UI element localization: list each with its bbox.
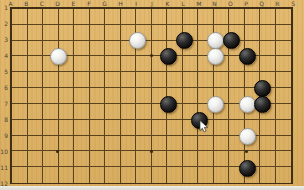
- grid-cell[interactable]: [105, 136, 121, 152]
- grid-cell[interactable]: [90, 72, 106, 88]
- grid-cell[interactable]: [229, 72, 245, 88]
- grid-cell[interactable]: [183, 72, 199, 88]
- grid-cell[interactable]: [74, 88, 90, 104]
- grid-cell[interactable]: [12, 25, 28, 41]
- column-label: J: [147, 0, 157, 7]
- grid-cell[interactable]: [152, 9, 168, 25]
- row-label: 3: [0, 36, 9, 44]
- grid-cell[interactable]: [74, 151, 90, 167]
- mouse-cursor-icon: [199, 120, 211, 133]
- row-label: 5: [0, 68, 9, 76]
- grid-cell[interactable]: [43, 104, 59, 120]
- black-stone[interactable]: [160, 96, 177, 113]
- grid-cell[interactable]: [28, 104, 44, 120]
- column-label: D: [53, 0, 63, 7]
- grid-cell[interactable]: [136, 88, 152, 104]
- grid-cell[interactable]: [276, 88, 292, 104]
- grid-cell[interactable]: [183, 56, 199, 72]
- grid-cell[interactable]: [105, 88, 121, 104]
- grid-cell[interactable]: [229, 9, 245, 25]
- grid-cell[interactable]: [152, 151, 168, 167]
- grid-cell[interactable]: [90, 167, 106, 183]
- grid-cell[interactable]: [183, 9, 199, 25]
- grid-cell[interactable]: [105, 167, 121, 183]
- grid-cell[interactable]: [136, 136, 152, 152]
- grid-cell[interactable]: [260, 41, 276, 57]
- column-label: R: [272, 0, 282, 7]
- grid-cell[interactable]: [121, 167, 137, 183]
- grid-cell[interactable]: [167, 136, 183, 152]
- go-board-grid[interactable]: [10, 7, 293, 184]
- grid-cell[interactable]: [90, 104, 106, 120]
- column-label: Q: [257, 0, 267, 7]
- grid-cell[interactable]: [276, 25, 292, 41]
- white-stone[interactable]: [239, 128, 256, 145]
- grid-cell[interactable]: [260, 9, 276, 25]
- grid-cell[interactable]: [12, 41, 28, 57]
- grid-cell[interactable]: [43, 151, 59, 167]
- grid-cell[interactable]: [12, 167, 28, 183]
- column-label: O: [225, 0, 235, 7]
- grid-cell[interactable]: [12, 9, 28, 25]
- grid-cell[interactable]: [214, 151, 230, 167]
- grid-cell[interactable]: [43, 25, 59, 41]
- grid-cell[interactable]: [105, 104, 121, 120]
- grid-cell[interactable]: [74, 41, 90, 57]
- grid-cell[interactable]: [90, 56, 106, 72]
- black-stone[interactable]: [239, 48, 256, 65]
- grid-cell[interactable]: [276, 41, 292, 57]
- grid-cell[interactable]: [136, 72, 152, 88]
- grid-cell[interactable]: [59, 167, 75, 183]
- grid-cell[interactable]: [276, 151, 292, 167]
- star-point: [245, 150, 248, 153]
- grid-cell[interactable]: [43, 88, 59, 104]
- grid-cell[interactable]: [12, 104, 28, 120]
- column-label: E: [68, 0, 78, 7]
- grid-cell[interactable]: [90, 41, 106, 57]
- grid-cell[interactable]: [183, 88, 199, 104]
- black-stone[interactable]: [176, 32, 193, 49]
- grid-cell[interactable]: [214, 167, 230, 183]
- grid-cell[interactable]: [74, 104, 90, 120]
- grid-cell[interactable]: [74, 136, 90, 152]
- column-label: I: [131, 0, 141, 7]
- grid-cell[interactable]: [121, 72, 137, 88]
- black-stone[interactable]: [239, 160, 256, 177]
- grid-cell[interactable]: [74, 120, 90, 136]
- grid-cell[interactable]: [12, 88, 28, 104]
- grid-cell[interactable]: [90, 25, 106, 41]
- white-stone[interactable]: [239, 96, 256, 113]
- grid-cell[interactable]: [167, 120, 183, 136]
- grid-cell[interactable]: [43, 9, 59, 25]
- grid-cell[interactable]: [198, 9, 214, 25]
- grid-cell[interactable]: [276, 104, 292, 120]
- column-label: C: [37, 0, 47, 7]
- grid-cell[interactable]: [136, 9, 152, 25]
- grid-cell[interactable]: [214, 120, 230, 136]
- grid-cell[interactable]: [183, 136, 199, 152]
- grid-cell[interactable]: [105, 151, 121, 167]
- grid-cell[interactable]: [28, 25, 44, 41]
- grid-cell[interactable]: [260, 120, 276, 136]
- column-label: L: [178, 0, 188, 7]
- grid-cell[interactable]: [12, 151, 28, 167]
- grid-cell[interactable]: [90, 9, 106, 25]
- row-label: 9: [0, 132, 9, 140]
- grid-cell[interactable]: [105, 120, 121, 136]
- grid-cell[interactable]: [136, 167, 152, 183]
- grid-cell[interactable]: [276, 9, 292, 25]
- grid-cell[interactable]: [105, 25, 121, 41]
- grid-cell[interactable]: [152, 136, 168, 152]
- column-label: H: [115, 0, 125, 7]
- grid-cell[interactable]: [43, 72, 59, 88]
- grid-cell[interactable]: [121, 104, 137, 120]
- grid-cell[interactable]: [260, 151, 276, 167]
- column-label: K: [163, 0, 173, 7]
- grid-cell[interactable]: [28, 136, 44, 152]
- grid-cell[interactable]: [59, 9, 75, 25]
- grid-cell[interactable]: [276, 136, 292, 152]
- grid-cell[interactable]: [28, 151, 44, 167]
- grid-cell[interactable]: [28, 72, 44, 88]
- grid-cell[interactable]: [276, 167, 292, 183]
- grid-cell[interactable]: [214, 136, 230, 152]
- white-stone[interactable]: [207, 96, 224, 113]
- grid-cell[interactable]: [152, 25, 168, 41]
- row-label: 7: [0, 100, 9, 108]
- column-label: B: [21, 0, 31, 7]
- row-label: 6: [0, 84, 9, 92]
- grid-cell[interactable]: [105, 72, 121, 88]
- black-stone[interactable]: [223, 32, 240, 49]
- grid-cell[interactable]: [167, 167, 183, 183]
- row-label: 2: [0, 20, 9, 28]
- grid-cell[interactable]: [59, 88, 75, 104]
- white-stone[interactable]: [207, 32, 224, 49]
- row-label: 11: [0, 164, 9, 172]
- grid-cell[interactable]: [136, 56, 152, 72]
- grid-cell[interactable]: [136, 120, 152, 136]
- column-label: M: [194, 0, 204, 7]
- grid-cell[interactable]: [28, 167, 44, 183]
- white-stone[interactable]: [207, 48, 224, 65]
- row-label: 10: [0, 148, 9, 156]
- grid-cell[interactable]: [74, 72, 90, 88]
- black-stone[interactable]: [160, 48, 177, 65]
- grid-cell[interactable]: [28, 88, 44, 104]
- column-label: N: [210, 0, 220, 7]
- grid-cell[interactable]: [12, 72, 28, 88]
- window-bottom-edge: [0, 186, 304, 190]
- row-label: 4: [0, 52, 9, 60]
- grid-cell[interactable]: [59, 120, 75, 136]
- grid-cell[interactable]: [12, 56, 28, 72]
- grid-cell[interactable]: [198, 151, 214, 167]
- grid-cell[interactable]: [167, 151, 183, 167]
- grid-cell[interactable]: [43, 167, 59, 183]
- grid-cell[interactable]: [214, 9, 230, 25]
- grid-cell[interactable]: [74, 9, 90, 25]
- row-label: 8: [0, 116, 9, 124]
- grid-cell[interactable]: [74, 25, 90, 41]
- grid-cell[interactable]: [198, 72, 214, 88]
- grid-cell[interactable]: [90, 120, 106, 136]
- grid-cell[interactable]: [121, 151, 137, 167]
- grid-cell[interactable]: [183, 151, 199, 167]
- grid-cell[interactable]: [167, 72, 183, 88]
- white-stone[interactable]: [129, 32, 146, 49]
- grid-cell[interactable]: [121, 136, 137, 152]
- grid-cell[interactable]: [198, 167, 214, 183]
- row-label: 1: [0, 4, 9, 12]
- grid-cell[interactable]: [276, 72, 292, 88]
- white-stone[interactable]: [50, 48, 67, 65]
- grid-cell[interactable]: [105, 9, 121, 25]
- grid-cell[interactable]: [245, 25, 261, 41]
- grid-cell[interactable]: [28, 56, 44, 72]
- grid-cell[interactable]: [198, 136, 214, 152]
- grid-cell[interactable]: [260, 56, 276, 72]
- grid-cell[interactable]: [121, 9, 137, 25]
- grid-cell[interactable]: [276, 120, 292, 136]
- grid-cell[interactable]: [43, 136, 59, 152]
- grid-cell[interactable]: [121, 88, 137, 104]
- grid-cell[interactable]: [260, 25, 276, 41]
- column-label: F: [84, 0, 94, 7]
- column-label: P: [241, 0, 251, 7]
- grid-cell[interactable]: [74, 167, 90, 183]
- grid-cell[interactable]: [59, 72, 75, 88]
- grid-cell[interactable]: [136, 104, 152, 120]
- grid-cell[interactable]: [59, 151, 75, 167]
- grid-cell[interactable]: [214, 72, 230, 88]
- go-board-app: ABCDEFGHIJKLMNOPQRS 123456789101112: [0, 0, 304, 190]
- column-label: G: [100, 0, 110, 7]
- grid-cell[interactable]: [12, 120, 28, 136]
- grid-cell[interactable]: [28, 41, 44, 57]
- grid-cell[interactable]: [59, 25, 75, 41]
- grid-cell[interactable]: [90, 88, 106, 104]
- grid-cell[interactable]: [260, 136, 276, 152]
- grid-cell[interactable]: [136, 151, 152, 167]
- grid-cell[interactable]: [152, 72, 168, 88]
- grid-cell[interactable]: [152, 120, 168, 136]
- grid-cell[interactable]: [121, 120, 137, 136]
- grid-cell[interactable]: [245, 9, 261, 25]
- grid-cell[interactable]: [59, 136, 75, 152]
- grid-cell[interactable]: [28, 120, 44, 136]
- grid-cell[interactable]: [28, 9, 44, 25]
- grid-cell[interactable]: [90, 136, 106, 152]
- grid-cell[interactable]: [105, 56, 121, 72]
- grid-cell[interactable]: [59, 104, 75, 120]
- grid-cell[interactable]: [74, 56, 90, 72]
- grid-cell[interactable]: [152, 167, 168, 183]
- grid-cell[interactable]: [105, 41, 121, 57]
- grid-cell[interactable]: [276, 56, 292, 72]
- grid-cell[interactable]: [90, 151, 106, 167]
- column-label: S: [288, 0, 298, 7]
- grid-cell[interactable]: [43, 120, 59, 136]
- grid-cell[interactable]: [260, 167, 276, 183]
- grid-cell[interactable]: [12, 136, 28, 152]
- grid-cell[interactable]: [183, 167, 199, 183]
- grid-cell[interactable]: [167, 9, 183, 25]
- grid-cell[interactable]: [121, 56, 137, 72]
